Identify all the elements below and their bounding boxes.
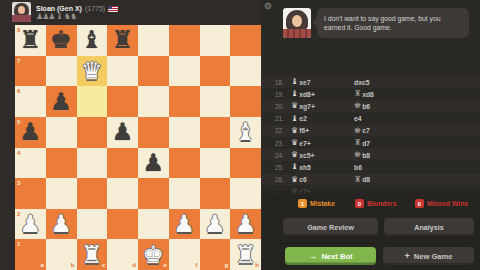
move-number: 22. — [268, 127, 284, 134]
square-g3[interactable] — [200, 178, 231, 209]
white-piece-icon: ♝ — [291, 163, 298, 171]
white-move[interactable]: ♛xg7+ — [291, 102, 347, 110]
square-c8[interactable]: ♝ — [77, 25, 108, 56]
chess-app: Sloan (Gen X) (1775) ♟♟♟ ♝ ♞♞ 8♜♚♝♜7♛6♟5… — [0, 0, 480, 270]
panel-divider — [262, 243, 480, 244]
white-pawn-b2[interactable]: ♟ — [50, 212, 72, 236]
file-label-c: c — [102, 262, 105, 268]
white-move[interactable]: ♝xh5 — [291, 163, 347, 171]
white-piece-icon: ♝ — [291, 78, 298, 86]
black-move-text: dxc5 — [354, 79, 370, 86]
square-g2[interactable]: ♟ — [200, 209, 231, 240]
bot-chat-avatar[interactable] — [283, 8, 311, 38]
white-piece-icon: ♛ — [291, 102, 298, 110]
square-d8[interactable]: ♜ — [107, 25, 138, 56]
black-move-text: e4 — [354, 115, 362, 122]
rank-label-8: 8 — [17, 27, 20, 33]
next-bot-label: Next Bot — [321, 252, 352, 261]
avatar-face — [18, 6, 25, 14]
square-e7[interactable] — [138, 56, 169, 87]
square-e2[interactable] — [138, 209, 169, 240]
file-label-a: a — [40, 262, 43, 268]
black-move[interactable]: b6 — [354, 164, 410, 171]
square-h7[interactable] — [230, 56, 261, 87]
black-move[interactable]: ♚b8 — [354, 151, 410, 159]
game-review-button[interactable]: Game Review — [283, 218, 378, 236]
arrow-right-icon: → — [308, 252, 317, 261]
square-d4[interactable] — [107, 148, 138, 179]
move-row-22: 22.♛f6+♚c7 — [262, 125, 480, 137]
square-a6[interactable]: 6 — [15, 86, 46, 117]
opponent-name[interactable]: Sloan (Gen X) — [36, 5, 82, 12]
white-move[interactable]: ♛e7+ — [291, 139, 347, 147]
square-a4[interactable]: 4 — [15, 148, 46, 179]
blunders-count-icon: 0 — [355, 199, 364, 208]
square-e8[interactable] — [138, 25, 169, 56]
missed-wins-label: Missed Wins — [427, 200, 468, 207]
square-c7[interactable]: ♛ — [77, 56, 108, 87]
square-g6[interactable] — [200, 86, 231, 117]
white-piece-icon: ♛ — [291, 127, 298, 135]
new-game-label: New Game — [414, 252, 453, 261]
white-move-text: xe7 — [299, 79, 310, 86]
black-move[interactable]: ♚c7 — [354, 127, 410, 135]
rank-label-5: 5 — [17, 119, 20, 125]
square-c5[interactable] — [77, 117, 108, 148]
square-d7[interactable] — [107, 56, 138, 87]
file-label-g: g — [225, 262, 229, 268]
white-move[interactable]: ♝xd8+ — [291, 90, 347, 98]
move-row-19: 19.♝xd8+♜xd8 — [262, 88, 480, 100]
square-e1[interactable]: e♚ — [138, 239, 169, 270]
square-b1[interactable]: b — [46, 239, 77, 270]
white-bishop-h5[interactable]: ♝ — [235, 120, 257, 144]
opponent-meta: Sloan (Gen X) (1775) ♟♟♟ ♝ ♞♞ — [36, 2, 118, 24]
square-g8[interactable] — [200, 25, 231, 56]
rank-label-3: 3 — [17, 180, 20, 186]
square-g1[interactable]: g — [200, 239, 231, 270]
square-h8[interactable] — [230, 25, 261, 56]
square-f3[interactable] — [169, 178, 200, 209]
square-c4[interactable] — [77, 148, 108, 179]
white-move-text: e2 — [299, 115, 307, 122]
rank-label-4: 4 — [17, 150, 20, 156]
black-move-text: b6 — [362, 103, 370, 110]
move-number: 25. — [268, 164, 284, 171]
file-label-d: d — [132, 262, 136, 268]
white-rook-c1[interactable]: ♜ — [81, 243, 103, 267]
white-king-e1[interactable]: ♚ — [143, 243, 165, 267]
game-summary-badges: 1 Mistake 0 Blunders 0 Missed Wins — [262, 199, 480, 211]
black-pawn-a5[interactable]: ♟ — [20, 120, 42, 144]
black-move[interactable]: ♚b6 — [354, 102, 410, 110]
white-move-text: xh5 — [299, 164, 311, 171]
black-piece-icon: ♚ — [354, 151, 361, 159]
chat-bubble: I don't want to say good game, but you e… — [317, 8, 469, 38]
square-c1[interactable]: c♜ — [77, 239, 108, 270]
rank-label-2: 2 — [17, 211, 20, 217]
white-pawn-h2[interactable]: ♟ — [235, 212, 257, 236]
avatar-shirt — [283, 29, 311, 38]
square-c6[interactable] — [77, 86, 108, 117]
square-b8[interactable]: ♚ — [46, 25, 77, 56]
white-pawn-f2[interactable]: ♟ — [173, 212, 195, 236]
black-move-text: b6 — [354, 164, 362, 171]
square-b4[interactable] — [46, 148, 77, 179]
square-f1[interactable]: f — [169, 239, 200, 270]
square-h3[interactable] — [230, 178, 261, 209]
square-b2[interactable]: ♟ — [46, 209, 77, 240]
square-g4[interactable] — [200, 148, 231, 179]
square-a7[interactable]: 7 — [15, 56, 46, 87]
square-e6[interactable] — [138, 86, 169, 117]
move-row-20: 20.♛xg7+♚b6 — [262, 100, 480, 112]
file-label-b: b — [71, 262, 75, 268]
chess-board[interactable]: 8♜♚♝♜7♛6♟5♟♟♝4♟32♟♟♟♟♟1abc♜de♚fgh♜ — [15, 25, 261, 270]
white-move-text: e7+ — [299, 140, 311, 147]
white-pawn-a2[interactable]: ♟ — [20, 212, 42, 236]
white-move[interactable]: ♛xc5+ — [291, 151, 347, 159]
analysis-button[interactable]: Analysis — [384, 218, 474, 236]
move-row-21: 21.♝e2e4 — [262, 113, 480, 125]
black-piece-icon: ♚ — [354, 127, 361, 135]
square-e4[interactable]: ♟ — [138, 148, 169, 179]
black-move[interactable]: e4 — [354, 115, 410, 122]
black-move-text: d7 — [362, 140, 370, 147]
white-queen-c7[interactable]: ♛ — [81, 59, 103, 83]
move-list-fade — [262, 183, 480, 196]
white-move-text: xd8+ — [299, 91, 315, 98]
gear-icon[interactable]: ⚙ — [264, 1, 272, 11]
file-label-f: f — [196, 262, 198, 268]
move-number: 19. — [268, 91, 284, 98]
square-a5[interactable]: 5♟ — [15, 117, 46, 148]
white-piece-icon: ♝ — [291, 115, 298, 123]
black-pawn-b6[interactable]: ♟ — [50, 90, 72, 114]
black-bishop-c8[interactable]: ♝ — [81, 28, 103, 52]
black-move-text: c7 — [362, 127, 370, 134]
square-f8[interactable] — [169, 25, 200, 56]
square-d2[interactable] — [107, 209, 138, 240]
square-a3[interactable]: 3 — [15, 178, 46, 209]
missed-wins-count-icon: 0 — [415, 199, 424, 208]
square-h5[interactable]: ♝ — [230, 117, 261, 148]
black-move-text: b8 — [362, 152, 370, 159]
square-c3[interactable] — [77, 178, 108, 209]
square-d5[interactable]: ♟ — [107, 117, 138, 148]
move-row-24: 24.♛xc5+♚b8 — [262, 149, 480, 161]
square-e5[interactable] — [138, 117, 169, 148]
square-f5[interactable] — [169, 117, 200, 148]
square-b5[interactable] — [46, 117, 77, 148]
plus-icon: + — [404, 252, 409, 261]
file-label-e: e — [163, 262, 166, 268]
move-list: 18.♝xe7dxc519.♝xd8+♜xd820.♛xg7+♚b621.♝e2… — [262, 76, 480, 198]
panel-bottom: 1 Mistake 0 Blunders 0 Missed Wins Game … — [262, 196, 480, 270]
rank-label-7: 7 — [17, 58, 20, 64]
move-number: 21. — [268, 115, 284, 122]
black-rook-d8[interactable]: ♜ — [112, 28, 134, 52]
square-h2[interactable]: ♟ — [230, 209, 261, 240]
move-row-23: 23.♛e7+♜d7 — [262, 137, 480, 149]
square-h1[interactable]: h♜ — [230, 239, 261, 270]
missed-wins-badge[interactable]: 0 Missed Wins — [415, 199, 468, 208]
square-g7[interactable] — [200, 56, 231, 87]
black-pawn-d5[interactable]: ♟ — [112, 120, 134, 144]
us-flag-icon — [108, 6, 118, 12]
mistake-label: Mistake — [310, 200, 335, 207]
black-piece-icon: ♜ — [354, 90, 361, 98]
black-pawn-e4[interactable]: ♟ — [143, 151, 165, 175]
blunders-label: Blunders — [367, 200, 396, 207]
blunders-badge[interactable]: 0 Blunders — [355, 199, 396, 208]
square-f4[interactable] — [169, 148, 200, 179]
move-number: 23. — [268, 140, 284, 147]
mistake-count-icon: 1 — [298, 199, 307, 208]
black-move[interactable]: ♜xd8 — [354, 90, 410, 98]
square-d6[interactable] — [107, 86, 138, 117]
white-move[interactable]: ♛f6+ — [291, 127, 347, 135]
square-c2[interactable] — [77, 209, 108, 240]
opponent-rating: (1775) — [85, 5, 105, 12]
square-b3[interactable] — [46, 178, 77, 209]
square-d1[interactable]: d — [107, 239, 138, 270]
game-review-label: Game Review — [307, 223, 354, 232]
square-b6[interactable]: ♟ — [46, 86, 77, 117]
side-panel: ⚙ I don't want to say good game, but you… — [262, 0, 480, 270]
new-game-button[interactable]: + New Game — [383, 247, 474, 265]
rank-label-6: 6 — [17, 88, 20, 94]
square-b7[interactable] — [46, 56, 77, 87]
square-f2[interactable]: ♟ — [169, 209, 200, 240]
square-a2[interactable]: 2♟ — [15, 209, 46, 240]
square-h6[interactable] — [230, 86, 261, 117]
white-move-text: xg7+ — [299, 103, 315, 110]
black-move[interactable]: dxc5 — [354, 79, 410, 86]
black-move[interactable]: ♜d7 — [354, 139, 410, 147]
black-king-b8[interactable]: ♚ — [50, 28, 72, 52]
move-number: 24. — [268, 152, 284, 159]
avatar-shirt — [12, 15, 31, 22]
white-piece-icon: ♛ — [291, 139, 298, 147]
move-number: 18. — [268, 79, 284, 86]
white-move-text: xc5+ — [299, 152, 314, 159]
black-rook-a8[interactable]: ♜ — [20, 28, 42, 52]
square-e3[interactable] — [138, 178, 169, 209]
square-a1[interactable]: 1a — [15, 239, 46, 270]
square-a8[interactable]: 8♜ — [15, 25, 46, 56]
opponent-player-bar: Sloan (Gen X) (1775) ♟♟♟ ♝ ♞♞ — [12, 2, 118, 24]
next-bot-button[interactable]: → Next Bot — [285, 247, 376, 265]
white-piece-icon: ♛ — [291, 151, 298, 159]
white-move[interactable]: ♝xe7 — [291, 78, 347, 86]
square-f6[interactable] — [169, 86, 200, 117]
move-number: 20. — [268, 103, 284, 110]
move-row-25: 25.♝xh5b6 — [262, 161, 480, 173]
white-piece-icon: ♝ — [291, 90, 298, 98]
white-move-text: f6+ — [299, 127, 309, 134]
captured-pieces-tray: ♟♟♟ ♝ ♞♞ — [36, 13, 118, 21]
white-rook-h1[interactable]: ♜ — [235, 243, 257, 267]
black-move-text: xd8 — [362, 91, 374, 98]
square-f7[interactable] — [169, 56, 200, 87]
avatar-face — [292, 15, 302, 27]
move-row-18: 18.♝xe7dxc5 — [262, 76, 480, 88]
square-h4[interactable] — [230, 148, 261, 179]
black-piece-icon: ♚ — [354, 102, 361, 110]
file-label-h: h — [255, 262, 259, 268]
white-pawn-g2[interactable]: ♟ — [204, 212, 226, 236]
square-d3[interactable] — [107, 178, 138, 209]
square-g5[interactable] — [200, 117, 231, 148]
black-piece-icon: ♜ — [354, 139, 361, 147]
white-move[interactable]: ♝e2 — [291, 115, 347, 123]
rank-label-1: 1 — [17, 241, 20, 247]
opponent-avatar[interactable] — [12, 2, 31, 22]
mistake-badge[interactable]: 1 Mistake — [298, 199, 335, 208]
analysis-label: Analysis — [414, 223, 444, 232]
